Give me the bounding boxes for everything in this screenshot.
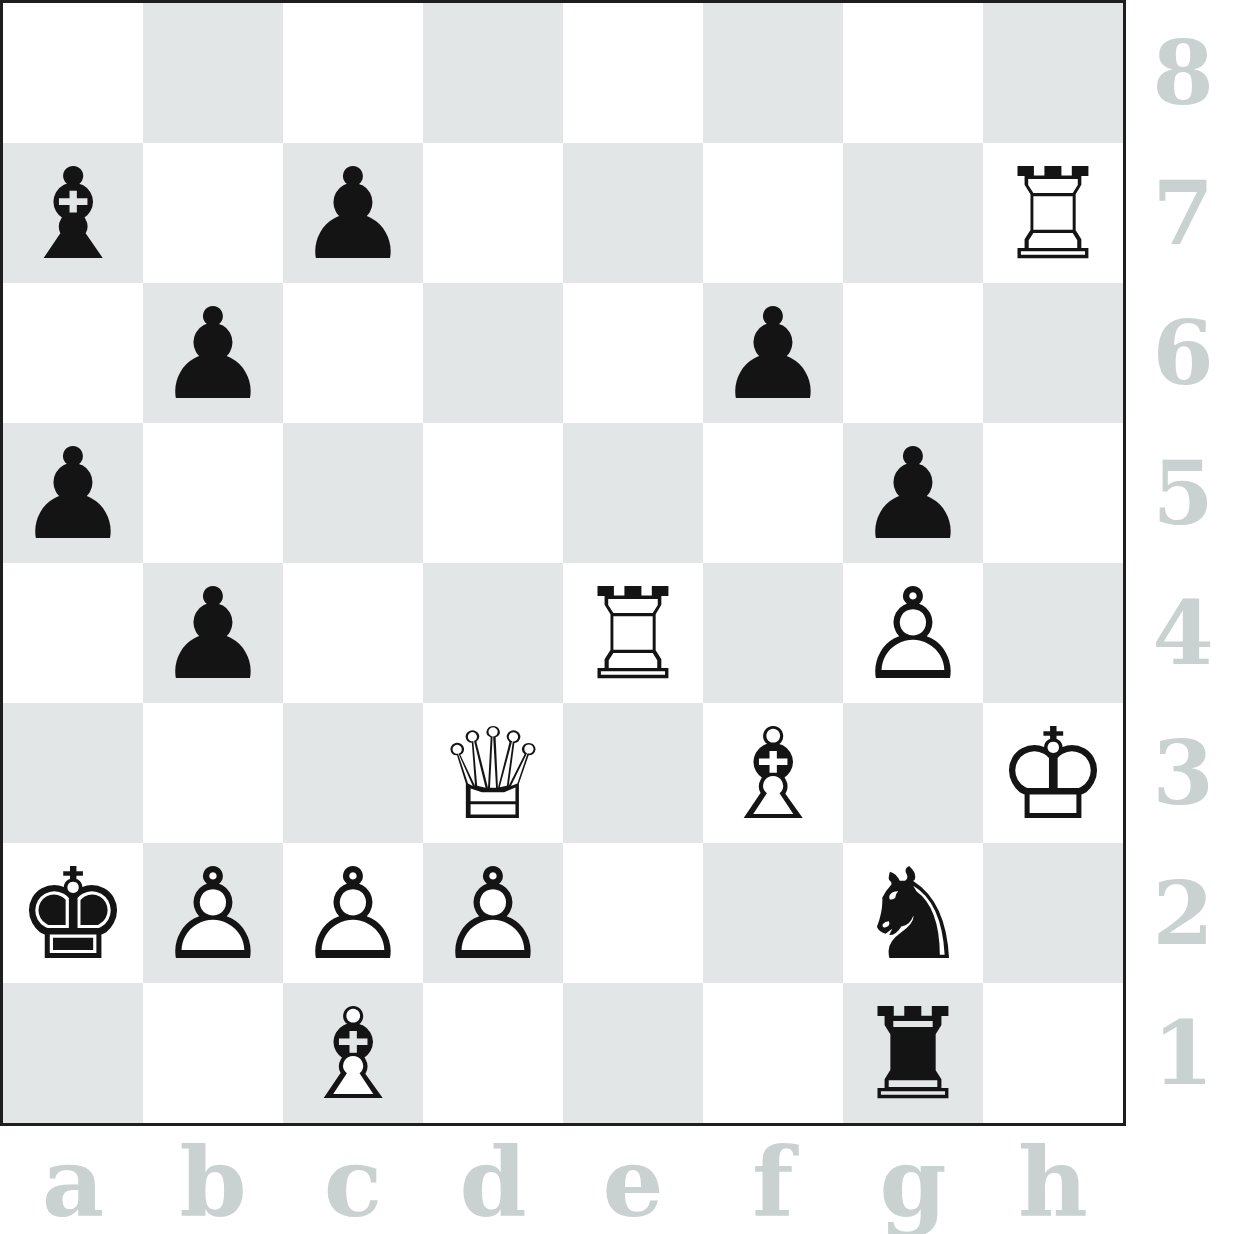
rank-label-6: 6 xyxy=(1126,283,1240,423)
square-b4[interactable]: ♟ xyxy=(143,563,283,703)
square-h2[interactable] xyxy=(983,843,1123,983)
square-g3[interactable] xyxy=(843,703,983,843)
square-c7[interactable]: ♟ xyxy=(283,143,423,283)
rank-label-5: 5 xyxy=(1126,423,1240,563)
black-king-glyph: ♚ xyxy=(3,843,143,983)
file-label-g: g xyxy=(843,1126,983,1234)
square-e4[interactable]: ♜♖ xyxy=(563,563,703,703)
white-rook-outline: ♖ xyxy=(983,143,1123,283)
square-h3[interactable]: ♚♔ xyxy=(983,703,1123,843)
square-d5[interactable] xyxy=(423,423,563,563)
white-queen-outline: ♕ xyxy=(423,703,563,843)
square-g4[interactable]: ♟♙ xyxy=(843,563,983,703)
square-a8[interactable] xyxy=(3,3,143,143)
square-h5[interactable] xyxy=(983,423,1123,563)
square-f3[interactable]: ♝♗ xyxy=(703,703,843,843)
file-label-f: f xyxy=(703,1126,843,1234)
square-a1[interactable] xyxy=(3,983,143,1123)
square-d7[interactable] xyxy=(423,143,563,283)
white-pawn-outline: ♙ xyxy=(283,843,423,983)
square-c1[interactable]: ♝♗ xyxy=(283,983,423,1123)
piece-white-pawn: ♟♙ xyxy=(283,843,423,983)
black-pawn-glyph: ♟ xyxy=(143,283,283,423)
piece-black-pawn: ♟ xyxy=(3,423,143,563)
square-d8[interactable] xyxy=(423,3,563,143)
file-label-e: e xyxy=(563,1126,703,1234)
rank-label-8: 8 xyxy=(1126,3,1240,143)
piece-black-rook: ♜ xyxy=(843,983,983,1123)
file-label-c: c xyxy=(283,1126,423,1234)
white-bishop-outline: ♗ xyxy=(283,983,423,1123)
chess-diagram-page: ♝♟♜♖♟♟♟♟♟♜♖♟♙♛♕♝♗♚♔♚♟♙♟♙♟♙♞♝♗♜ 87654321 … xyxy=(0,0,1240,1234)
square-b8[interactable] xyxy=(143,3,283,143)
square-a3[interactable] xyxy=(3,703,143,843)
piece-white-rook: ♜♖ xyxy=(563,563,703,703)
file-label-d: d xyxy=(423,1126,563,1234)
square-e7[interactable] xyxy=(563,143,703,283)
white-pawn-outline: ♙ xyxy=(143,843,283,983)
piece-white-king: ♚♔ xyxy=(983,703,1123,843)
square-f4[interactable] xyxy=(703,563,843,703)
black-bishop-glyph: ♝ xyxy=(3,143,143,283)
square-c2[interactable]: ♟♙ xyxy=(283,843,423,983)
piece-white-rook: ♜♖ xyxy=(983,143,1123,283)
rank-label-7: 7 xyxy=(1126,143,1240,283)
square-d3[interactable]: ♛♕ xyxy=(423,703,563,843)
square-d4[interactable] xyxy=(423,563,563,703)
square-f5[interactable] xyxy=(703,423,843,563)
file-label-a: a xyxy=(3,1126,143,1234)
square-c8[interactable] xyxy=(283,3,423,143)
file-label-h: h xyxy=(983,1126,1123,1234)
piece-white-queen: ♛♕ xyxy=(423,703,563,843)
white-pawn-outline: ♙ xyxy=(843,563,983,703)
square-f7[interactable] xyxy=(703,143,843,283)
square-e5[interactable] xyxy=(563,423,703,563)
square-h4[interactable] xyxy=(983,563,1123,703)
square-a4[interactable] xyxy=(3,563,143,703)
square-a2[interactable]: ♚ xyxy=(3,843,143,983)
square-g1[interactable]: ♜ xyxy=(843,983,983,1123)
square-h1[interactable] xyxy=(983,983,1123,1123)
square-h7[interactable]: ♜♖ xyxy=(983,143,1123,283)
board-and-rank-labels: ♝♟♜♖♟♟♟♟♟♜♖♟♙♛♕♝♗♚♔♚♟♙♟♙♟♙♞♝♗♜ 87654321 xyxy=(0,0,1240,1126)
rank-label-2: 2 xyxy=(1126,843,1240,983)
square-d6[interactable] xyxy=(423,283,563,423)
square-c4[interactable] xyxy=(283,563,423,703)
black-knight-glyph: ♞ xyxy=(843,843,983,983)
rank-label-1: 1 xyxy=(1126,983,1240,1123)
black-pawn-glyph: ♟ xyxy=(843,423,983,563)
piece-white-pawn: ♟♙ xyxy=(423,843,563,983)
piece-black-pawn: ♟ xyxy=(143,283,283,423)
square-a7[interactable]: ♝ xyxy=(3,143,143,283)
square-h8[interactable] xyxy=(983,3,1123,143)
black-pawn-glyph: ♟ xyxy=(703,283,843,423)
square-b6[interactable]: ♟ xyxy=(143,283,283,423)
square-c3[interactable] xyxy=(283,703,423,843)
piece-black-pawn: ♟ xyxy=(283,143,423,283)
square-c6[interactable] xyxy=(283,283,423,423)
black-pawn-glyph: ♟ xyxy=(143,563,283,703)
square-e1[interactable] xyxy=(563,983,703,1123)
square-g8[interactable] xyxy=(843,3,983,143)
piece-black-pawn: ♟ xyxy=(703,283,843,423)
square-b5[interactable] xyxy=(143,423,283,563)
square-b7[interactable] xyxy=(143,143,283,283)
piece-white-pawn: ♟♙ xyxy=(143,843,283,983)
square-a5[interactable]: ♟ xyxy=(3,423,143,563)
piece-white-bishop: ♝♗ xyxy=(283,983,423,1123)
file-label-b: b xyxy=(143,1126,283,1234)
white-king-outline: ♔ xyxy=(983,703,1123,843)
black-pawn-glyph: ♟ xyxy=(3,423,143,563)
square-e3[interactable] xyxy=(563,703,703,843)
piece-black-king: ♚ xyxy=(3,843,143,983)
square-b2[interactable]: ♟♙ xyxy=(143,843,283,983)
square-g6[interactable] xyxy=(843,283,983,423)
square-b1[interactable] xyxy=(143,983,283,1123)
rank-label-4: 4 xyxy=(1126,563,1240,703)
square-d2[interactable]: ♟♙ xyxy=(423,843,563,983)
piece-black-knight: ♞ xyxy=(843,843,983,983)
piece-black-pawn: ♟ xyxy=(143,563,283,703)
black-rook-glyph: ♜ xyxy=(843,983,983,1123)
square-f8[interactable] xyxy=(703,3,843,143)
square-c5[interactable] xyxy=(283,423,423,563)
chess-board: ♝♟♜♖♟♟♟♟♟♜♖♟♙♛♕♝♗♚♔♚♟♙♟♙♟♙♞♝♗♜ xyxy=(0,0,1126,1126)
white-rook-outline: ♖ xyxy=(563,563,703,703)
square-g5[interactable]: ♟ xyxy=(843,423,983,563)
square-a6[interactable] xyxy=(3,283,143,423)
square-f2[interactable] xyxy=(703,843,843,983)
square-g7[interactable] xyxy=(843,143,983,283)
piece-black-pawn: ♟ xyxy=(843,423,983,563)
rank-labels-column: 87654321 xyxy=(1126,0,1240,1126)
piece-white-pawn: ♟♙ xyxy=(843,563,983,703)
piece-white-bishop: ♝♗ xyxy=(703,703,843,843)
square-h6[interactable] xyxy=(983,283,1123,423)
black-pawn-glyph: ♟ xyxy=(283,143,423,283)
square-b3[interactable] xyxy=(143,703,283,843)
square-e2[interactable] xyxy=(563,843,703,983)
square-e6[interactable] xyxy=(563,283,703,423)
square-d1[interactable] xyxy=(423,983,563,1123)
piece-black-bishop: ♝ xyxy=(3,143,143,283)
rank-label-3: 3 xyxy=(1126,703,1240,843)
square-f6[interactable]: ♟ xyxy=(703,283,843,423)
square-f1[interactable] xyxy=(703,983,843,1123)
file-labels-row: abcdefgh xyxy=(3,1126,1123,1232)
white-bishop-outline: ♗ xyxy=(703,703,843,843)
square-g2[interactable]: ♞ xyxy=(843,843,983,983)
white-pawn-outline: ♙ xyxy=(423,843,563,983)
square-e8[interactable] xyxy=(563,3,703,143)
